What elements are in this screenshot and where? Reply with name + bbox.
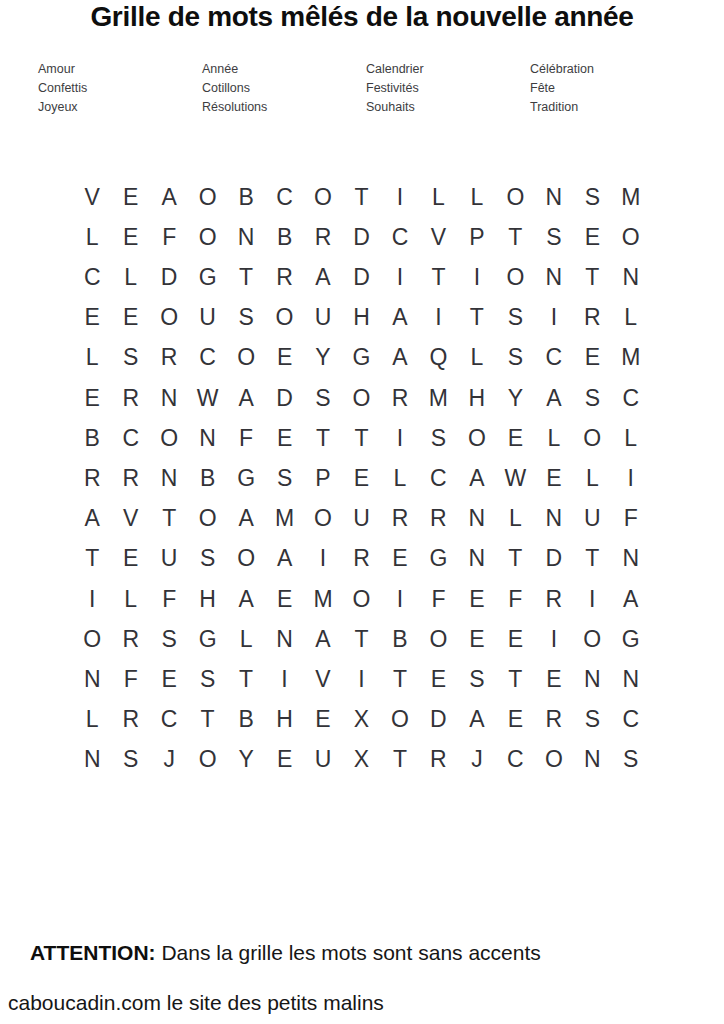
- word-search-grid: VEAOBCOTILLONSMLEFONBRDCVPTSEOCLDGTRADIT…: [73, 177, 650, 780]
- grid-cell[interactable]: E: [573, 217, 611, 257]
- grid-cell[interactable]: T: [496, 659, 534, 699]
- grid-cell[interactable]: I: [458, 257, 496, 297]
- grid-cell[interactable]: S: [496, 298, 534, 338]
- grid-cell[interactable]: L: [496, 499, 534, 539]
- grid-cell[interactable]: O: [342, 579, 380, 619]
- grid-cell[interactable]: C: [612, 378, 650, 418]
- word-list-column: CélébrationFêteTradition: [530, 60, 694, 117]
- word-list-item: Célébration: [530, 60, 694, 79]
- word-list-item: Tradition: [530, 98, 694, 117]
- grid-cell[interactable]: N: [150, 458, 188, 498]
- grid-cell[interactable]: R: [111, 458, 149, 498]
- grid-cell[interactable]: C: [265, 177, 303, 217]
- grid-cell[interactable]: F: [150, 579, 188, 619]
- grid-cell[interactable]: E: [496, 418, 534, 458]
- grid-cell[interactable]: O: [612, 217, 650, 257]
- grid-cell[interactable]: A: [381, 298, 419, 338]
- grid-cell[interactable]: G: [612, 619, 650, 659]
- grid-cell[interactable]: B: [227, 177, 265, 217]
- grid-cell[interactable]: B: [188, 458, 226, 498]
- grid-cell[interactable]: O: [188, 740, 226, 780]
- grid-cell[interactable]: L: [458, 338, 496, 378]
- grid-cell[interactable]: H: [458, 378, 496, 418]
- grid-cell[interactable]: U: [304, 740, 342, 780]
- grid-cell[interactable]: X: [342, 700, 380, 740]
- grid-cell[interactable]: L: [458, 177, 496, 217]
- grid-cell[interactable]: O: [496, 257, 534, 297]
- grid-cell[interactable]: O: [304, 177, 342, 217]
- grid-cell[interactable]: S: [573, 700, 611, 740]
- grid-cell[interactable]: L: [73, 217, 111, 257]
- grid-cell[interactable]: U: [304, 298, 342, 338]
- grid-cell[interactable]: L: [419, 177, 457, 217]
- grid-cell[interactable]: V: [304, 659, 342, 699]
- grid-cell[interactable]: O: [188, 499, 226, 539]
- grid-cell[interactable]: O: [419, 619, 457, 659]
- grid-cell[interactable]: I: [535, 298, 573, 338]
- grid-cell[interactable]: F: [612, 499, 650, 539]
- grid-cell[interactable]: G: [342, 338, 380, 378]
- grid-cell[interactable]: U: [342, 499, 380, 539]
- word-list-column: CalendrierFestivitésSouhaits: [366, 60, 530, 117]
- grid-cell[interactable]: T: [150, 499, 188, 539]
- grid-cell[interactable]: D: [535, 539, 573, 579]
- grid-cell[interactable]: U: [150, 539, 188, 579]
- word-list-item: Festivités: [366, 79, 530, 98]
- attention-note: ATTENTION: Dans la grille les mots sont …: [30, 941, 541, 965]
- grid-cell[interactable]: P: [458, 217, 496, 257]
- grid-cell[interactable]: L: [535, 418, 573, 458]
- grid-cell[interactable]: P: [304, 458, 342, 498]
- grid-cell[interactable]: N: [73, 740, 111, 780]
- word-list-item: Fête: [530, 79, 694, 98]
- grid-cell[interactable]: X: [342, 740, 380, 780]
- grid-cell[interactable]: I: [381, 579, 419, 619]
- grid-cell[interactable]: B: [227, 700, 265, 740]
- grid-cell[interactable]: A: [304, 257, 342, 297]
- grid-cell[interactable]: E: [150, 659, 188, 699]
- grid-cell[interactable]: R: [381, 378, 419, 418]
- grid-cell[interactable]: A: [227, 579, 265, 619]
- grid-cell[interactable]: R: [535, 700, 573, 740]
- grid-cell[interactable]: N: [150, 378, 188, 418]
- grid-cell[interactable]: I: [304, 539, 342, 579]
- grid-cell[interactable]: W: [188, 378, 226, 418]
- grid-cell[interactable]: C: [111, 418, 149, 458]
- grid-cell[interactable]: E: [535, 659, 573, 699]
- grid-cell[interactable]: O: [342, 378, 380, 418]
- grid-cell[interactable]: B: [381, 619, 419, 659]
- word-list-item: Confettis: [38, 79, 202, 98]
- grid-cell[interactable]: N: [458, 499, 496, 539]
- grid-cell[interactable]: I: [535, 619, 573, 659]
- grid-cell[interactable]: C: [419, 458, 457, 498]
- grid-cell[interactable]: O: [150, 418, 188, 458]
- grid-cell[interactable]: S: [573, 378, 611, 418]
- grid-cell[interactable]: E: [458, 579, 496, 619]
- grid-cell[interactable]: T: [573, 257, 611, 297]
- grid-cell[interactable]: M: [612, 338, 650, 378]
- grid-cell[interactable]: S: [265, 458, 303, 498]
- site-credit: caboucadin.com le site des petits malins: [8, 991, 384, 1015]
- grid-cell[interactable]: F: [496, 579, 534, 619]
- grid-cell[interactable]: E: [381, 539, 419, 579]
- word-list: AmourConfettisJoyeuxAnnéeCotillonsRésolu…: [38, 60, 694, 117]
- attention-text: Dans la grille les mots sont sans accent…: [156, 941, 541, 964]
- grid-cell[interactable]: R: [111, 619, 149, 659]
- grid-cell[interactable]: N: [535, 257, 573, 297]
- grid-cell[interactable]: E: [496, 700, 534, 740]
- grid-cell[interactable]: A: [304, 619, 342, 659]
- grid-cell[interactable]: E: [111, 217, 149, 257]
- grid-cell[interactable]: M: [304, 579, 342, 619]
- grid-cell[interactable]: W: [496, 458, 534, 498]
- grid-cell[interactable]: R: [381, 499, 419, 539]
- word-list-item: Résolutions: [202, 98, 366, 117]
- grid-cell[interactable]: C: [612, 700, 650, 740]
- grid-cell[interactable]: D: [342, 257, 380, 297]
- grid-cell[interactable]: F: [419, 579, 457, 619]
- grid-cell[interactable]: S: [419, 418, 457, 458]
- grid-cell[interactable]: I: [381, 418, 419, 458]
- grid-cell[interactable]: A: [458, 458, 496, 498]
- word-search-page: { "game": "word-search (grille de mots m…: [0, 0, 724, 1024]
- grid-cell[interactable]: M: [612, 177, 650, 217]
- grid-cell[interactable]: T: [381, 659, 419, 699]
- grid-cell[interactable]: E: [419, 659, 457, 699]
- grid-cell[interactable]: D: [265, 378, 303, 418]
- grid-cell[interactable]: O: [573, 418, 611, 458]
- grid-cell[interactable]: T: [381, 740, 419, 780]
- grid-cell[interactable]: E: [304, 700, 342, 740]
- grid-cell[interactable]: S: [150, 619, 188, 659]
- grid-cell[interactable]: T: [188, 700, 226, 740]
- grid-cell[interactable]: L: [73, 700, 111, 740]
- grid-cell[interactable]: T: [227, 257, 265, 297]
- grid-cell[interactable]: S: [304, 378, 342, 418]
- grid-cell[interactable]: E: [458, 619, 496, 659]
- grid-cell[interactable]: S: [535, 217, 573, 257]
- grid-cell[interactable]: F: [150, 217, 188, 257]
- grid-cell[interactable]: S: [612, 740, 650, 780]
- grid-cell[interactable]: E: [535, 458, 573, 498]
- grid-cell[interactable]: N: [612, 659, 650, 699]
- grid-cell[interactable]: A: [458, 700, 496, 740]
- grid-cell[interactable]: S: [111, 740, 149, 780]
- grid-cell[interactable]: C: [381, 217, 419, 257]
- grid-cell[interactable]: I: [73, 579, 111, 619]
- grid-cell[interactable]: E: [265, 579, 303, 619]
- grid-cell[interactable]: E: [111, 177, 149, 217]
- grid-cell[interactable]: N: [227, 217, 265, 257]
- grid-cell[interactable]: L: [381, 458, 419, 498]
- grid-cell[interactable]: A: [612, 579, 650, 619]
- grid-cell[interactable]: F: [111, 659, 149, 699]
- grid-cell[interactable]: E: [73, 298, 111, 338]
- grid-cell[interactable]: O: [265, 298, 303, 338]
- grid-cell[interactable]: O: [73, 619, 111, 659]
- grid-cell[interactable]: O: [227, 539, 265, 579]
- grid-cell[interactable]: N: [612, 539, 650, 579]
- word-list-item: Calendrier: [366, 60, 530, 79]
- grid-cell[interactable]: C: [188, 338, 226, 378]
- page-title: Grille de mots mêlés de la nouvelle anné…: [0, 1, 724, 33]
- grid-cell[interactable]: O: [496, 177, 534, 217]
- grid-cell[interactable]: R: [535, 579, 573, 619]
- grid-cell[interactable]: L: [612, 418, 650, 458]
- grid-cell[interactable]: A: [227, 499, 265, 539]
- grid-cell[interactable]: T: [227, 659, 265, 699]
- grid-cell[interactable]: E: [73, 378, 111, 418]
- grid-cell[interactable]: E: [265, 418, 303, 458]
- grid-cell[interactable]: A: [381, 338, 419, 378]
- grid-cell[interactable]: V: [73, 177, 111, 217]
- grid-cell[interactable]: T: [496, 539, 534, 579]
- grid-cell[interactable]: C: [535, 338, 573, 378]
- grid-cell[interactable]: Q: [419, 338, 457, 378]
- attention-label: ATTENTION:: [30, 941, 156, 964]
- grid-cell[interactable]: S: [227, 298, 265, 338]
- grid-cell[interactable]: A: [150, 177, 188, 217]
- grid-cell[interactable]: C: [496, 740, 534, 780]
- grid-cell[interactable]: S: [458, 659, 496, 699]
- grid-cell[interactable]: N: [573, 659, 611, 699]
- grid-cell[interactable]: L: [612, 298, 650, 338]
- grid-cell[interactable]: A: [73, 499, 111, 539]
- grid-cell[interactable]: O: [227, 338, 265, 378]
- grid-cell[interactable]: M: [265, 499, 303, 539]
- grid-cell[interactable]: U: [573, 499, 611, 539]
- grid-cell[interactable]: H: [342, 298, 380, 338]
- grid-cell[interactable]: I: [612, 458, 650, 498]
- grid-cell[interactable]: N: [612, 257, 650, 297]
- grid-cell[interactable]: G: [227, 458, 265, 498]
- grid-cell[interactable]: T: [73, 539, 111, 579]
- grid-cell[interactable]: L: [111, 257, 149, 297]
- grid-cell[interactable]: I: [342, 659, 380, 699]
- grid-cell[interactable]: E: [265, 740, 303, 780]
- grid-cell[interactable]: Y: [304, 338, 342, 378]
- grid-cell[interactable]: E: [496, 619, 534, 659]
- grid-cell[interactable]: G: [419, 539, 457, 579]
- grid-cell[interactable]: R: [573, 298, 611, 338]
- grid-cell[interactable]: E: [265, 338, 303, 378]
- grid-cell[interactable]: N: [535, 177, 573, 217]
- word-list-item: Amour: [38, 60, 202, 79]
- grid-cell[interactable]: T: [304, 418, 342, 458]
- grid-cell[interactable]: E: [342, 458, 380, 498]
- grid-cell[interactable]: E: [111, 298, 149, 338]
- grid-cell[interactable]: N: [188, 418, 226, 458]
- grid-cell[interactable]: Y: [227, 740, 265, 780]
- grid-cell[interactable]: U: [188, 298, 226, 338]
- grid-cell[interactable]: S: [573, 177, 611, 217]
- grid-cell[interactable]: A: [265, 539, 303, 579]
- grid-cell[interactable]: I: [381, 257, 419, 297]
- grid-cell[interactable]: T: [342, 619, 380, 659]
- grid-cell[interactable]: T: [342, 418, 380, 458]
- word-list-item: Cotillons: [202, 79, 366, 98]
- grid-cell[interactable]: E: [111, 539, 149, 579]
- grid-cell[interactable]: G: [188, 619, 226, 659]
- grid-cell[interactable]: V: [419, 217, 457, 257]
- word-list-column: AmourConfettisJoyeux: [38, 60, 202, 117]
- grid-cell[interactable]: J: [458, 740, 496, 780]
- grid-cell[interactable]: V: [111, 499, 149, 539]
- grid-cell[interactable]: T: [496, 217, 534, 257]
- grid-cell[interactable]: R: [150, 338, 188, 378]
- grid-cell[interactable]: S: [111, 338, 149, 378]
- grid-cell[interactable]: L: [573, 458, 611, 498]
- grid-cell[interactable]: T: [419, 257, 457, 297]
- word-list-item: Souhaits: [366, 98, 530, 117]
- grid-cell[interactable]: T: [573, 539, 611, 579]
- grid-cell[interactable]: J: [150, 740, 188, 780]
- grid-cell[interactable]: H: [265, 700, 303, 740]
- grid-cell[interactable]: O: [188, 217, 226, 257]
- grid-cell[interactable]: R: [304, 217, 342, 257]
- grid-cell[interactable]: O: [381, 700, 419, 740]
- grid-cell[interactable]: O: [573, 619, 611, 659]
- grid-cell[interactable]: L: [227, 619, 265, 659]
- grid-cell[interactable]: I: [381, 177, 419, 217]
- grid-cell[interactable]: C: [150, 700, 188, 740]
- grid-cell[interactable]: N: [458, 539, 496, 579]
- grid-cell[interactable]: T: [458, 298, 496, 338]
- grid-cell[interactable]: O: [150, 298, 188, 338]
- grid-cell[interactable]: R: [342, 539, 380, 579]
- grid-cell[interactable]: S: [188, 659, 226, 699]
- grid-cell[interactable]: I: [265, 659, 303, 699]
- grid-cell[interactable]: S: [188, 539, 226, 579]
- grid-cell[interactable]: O: [458, 418, 496, 458]
- grid-cell[interactable]: R: [419, 740, 457, 780]
- grid-cell[interactable]: R: [265, 257, 303, 297]
- grid-cell[interactable]: A: [227, 378, 265, 418]
- grid-cell[interactable]: L: [73, 338, 111, 378]
- grid-cell[interactable]: B: [73, 418, 111, 458]
- grid-cell[interactable]: N: [73, 659, 111, 699]
- grid-cell[interactable]: H: [188, 579, 226, 619]
- grid-cell[interactable]: E: [573, 338, 611, 378]
- grid-cell[interactable]: R: [111, 378, 149, 418]
- grid-cell[interactable]: C: [73, 257, 111, 297]
- grid-cell[interactable]: M: [419, 378, 457, 418]
- grid-cell[interactable]: N: [535, 499, 573, 539]
- grid-cell[interactable]: O: [188, 177, 226, 217]
- grid-cell[interactable]: N: [265, 619, 303, 659]
- grid-cell[interactable]: R: [419, 499, 457, 539]
- grid-cell[interactable]: B: [265, 217, 303, 257]
- grid-cell[interactable]: F: [227, 418, 265, 458]
- grid-cell[interactable]: R: [111, 700, 149, 740]
- grid-cell[interactable]: N: [573, 740, 611, 780]
- grid-cell[interactable]: D: [342, 217, 380, 257]
- grid-cell[interactable]: T: [342, 177, 380, 217]
- grid-cell[interactable]: O: [304, 499, 342, 539]
- grid-cell[interactable]: D: [419, 700, 457, 740]
- grid-cell[interactable]: R: [73, 458, 111, 498]
- word-list-column: AnnéeCotillonsRésolutions: [202, 60, 366, 117]
- grid-cell[interactable]: D: [150, 257, 188, 297]
- grid-cell[interactable]: A: [535, 378, 573, 418]
- grid-cell[interactable]: I: [419, 298, 457, 338]
- grid-cell[interactable]: G: [188, 257, 226, 297]
- grid-cell[interactable]: L: [111, 579, 149, 619]
- word-list-item: Année: [202, 60, 366, 79]
- grid-cell[interactable]: S: [496, 338, 534, 378]
- word-list-item: Joyeux: [38, 98, 202, 117]
- grid-cell[interactable]: I: [573, 579, 611, 619]
- grid-cell[interactable]: O: [535, 740, 573, 780]
- grid-cell[interactable]: Y: [496, 378, 534, 418]
